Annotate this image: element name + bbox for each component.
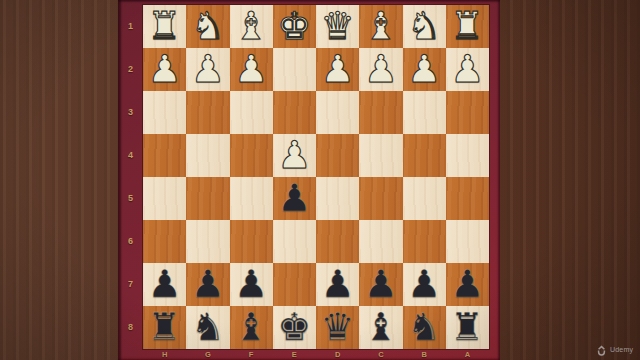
black-pawn[interactable]: ♟ [277, 179, 311, 217]
black-rook[interactable]: ♜ [148, 308, 182, 346]
white-pawn[interactable]: ♟ [148, 50, 182, 88]
white-pawn[interactable]: ♟ [277, 136, 311, 174]
white-queen[interactable]: ♛ [321, 7, 355, 45]
square-b1[interactable]: ♞ [403, 5, 446, 48]
square-g5[interactable] [186, 177, 229, 220]
file-label-a: A [446, 350, 489, 360]
square-g3[interactable] [186, 91, 229, 134]
square-h4[interactable] [143, 134, 186, 177]
white-pawn[interactable]: ♟ [321, 50, 355, 88]
square-c3[interactable] [359, 91, 402, 134]
square-a4[interactable] [446, 134, 489, 177]
black-bishop[interactable]: ♝ [234, 308, 268, 346]
square-c8[interactable]: ♝ [359, 306, 402, 349]
file-label-f: F [230, 350, 273, 360]
square-f5[interactable] [230, 177, 273, 220]
square-b8[interactable]: ♞ [403, 306, 446, 349]
square-c2[interactable]: ♟ [359, 48, 402, 91]
rank-label-3: 3 [120, 91, 141, 134]
file-label-c: C [359, 350, 402, 360]
white-pawn[interactable]: ♟ [407, 50, 441, 88]
square-b4[interactable] [403, 134, 446, 177]
square-b2[interactable]: ♟ [403, 48, 446, 91]
black-pawn[interactable]: ♟ [191, 265, 225, 303]
square-h5[interactable] [143, 177, 186, 220]
square-h8[interactable]: ♜ [143, 306, 186, 349]
black-knight[interactable]: ♞ [191, 308, 225, 346]
rank-label-5: 5 [120, 177, 141, 220]
white-pawn[interactable]: ♟ [450, 50, 484, 88]
square-a5[interactable] [446, 177, 489, 220]
square-h3[interactable] [143, 91, 186, 134]
rank-label-6: 6 [120, 220, 141, 263]
square-f3[interactable] [230, 91, 273, 134]
chess-board[interactable]: ♜♞♝♚♛♝♞♜♟♟♟♟♟♟♟♟♟♟♟♟♟♟♟♟♜♞♝♚♛♝♞♜ [143, 5, 489, 349]
square-b7[interactable]: ♟ [403, 263, 446, 306]
square-a7[interactable]: ♟ [446, 263, 489, 306]
square-d7[interactable]: ♟ [316, 263, 359, 306]
black-pawn[interactable]: ♟ [407, 265, 441, 303]
square-a1[interactable]: ♜ [446, 5, 489, 48]
square-f4[interactable] [230, 134, 273, 177]
black-queen[interactable]: ♛ [321, 308, 355, 346]
rank-label-1: 1 [120, 5, 141, 48]
square-h2[interactable]: ♟ [143, 48, 186, 91]
square-g1[interactable]: ♞ [186, 5, 229, 48]
watermark-text: Udemy [610, 344, 633, 356]
square-e6[interactable] [273, 220, 316, 263]
square-g7[interactable]: ♟ [186, 263, 229, 306]
file-label-d: D [316, 350, 359, 360]
square-h6[interactable] [143, 220, 186, 263]
square-d4[interactable] [316, 134, 359, 177]
square-d6[interactable] [316, 220, 359, 263]
white-bishop[interactable]: ♝ [364, 7, 398, 45]
white-pawn[interactable]: ♟ [234, 50, 268, 88]
square-e7[interactable] [273, 263, 316, 306]
square-e8[interactable]: ♚ [273, 306, 316, 349]
square-f2[interactable]: ♟ [230, 48, 273, 91]
black-pawn[interactable]: ♟ [234, 265, 268, 303]
white-pawn[interactable]: ♟ [364, 50, 398, 88]
square-g6[interactable] [186, 220, 229, 263]
square-h7[interactable]: ♟ [143, 263, 186, 306]
black-rook[interactable]: ♜ [450, 308, 484, 346]
white-king[interactable]: ♚ [277, 7, 311, 45]
white-knight[interactable]: ♞ [407, 7, 441, 45]
square-c5[interactable] [359, 177, 402, 220]
rank-label-2: 2 [120, 48, 141, 91]
square-e4[interactable]: ♟ [273, 134, 316, 177]
square-c7[interactable]: ♟ [359, 263, 402, 306]
black-knight[interactable]: ♞ [407, 308, 441, 346]
square-d8[interactable]: ♛ [316, 306, 359, 349]
udemy-logo-icon [596, 345, 607, 356]
square-a2[interactable]: ♟ [446, 48, 489, 91]
square-d2[interactable]: ♟ [316, 48, 359, 91]
square-e3[interactable] [273, 91, 316, 134]
square-f6[interactable] [230, 220, 273, 263]
square-e5[interactable]: ♟ [273, 177, 316, 220]
square-h1[interactable]: ♜ [143, 5, 186, 48]
square-e1[interactable]: ♚ [273, 5, 316, 48]
watermark: Udemy [596, 344, 633, 356]
file-label-b: B [403, 350, 446, 360]
file-label-g: G [186, 350, 229, 360]
rank-label-7: 7 [120, 263, 141, 306]
square-c1[interactable]: ♝ [359, 5, 402, 48]
square-f7[interactable]: ♟ [230, 263, 273, 306]
black-king[interactable]: ♚ [277, 308, 311, 346]
file-label-h: H [143, 350, 186, 360]
square-a6[interactable] [446, 220, 489, 263]
square-g4[interactable] [186, 134, 229, 177]
square-d5[interactable] [316, 177, 359, 220]
square-f1[interactable]: ♝ [230, 5, 273, 48]
file-label-e: E [273, 350, 316, 360]
square-d3[interactable] [316, 91, 359, 134]
square-b5[interactable] [403, 177, 446, 220]
square-g2[interactable]: ♟ [186, 48, 229, 91]
square-b3[interactable] [403, 91, 446, 134]
square-e2[interactable] [273, 48, 316, 91]
video-still: ♜♞♝♚♛♝♞♜♟♟♟♟♟♟♟♟♟♟♟♟♟♟♟♟♜♞♝♚♛♝♞♜ 1234567… [0, 0, 640, 360]
white-rook[interactable]: ♜ [148, 7, 182, 45]
white-rook[interactable]: ♜ [450, 7, 484, 45]
square-g8[interactable]: ♞ [186, 306, 229, 349]
square-a3[interactable] [446, 91, 489, 134]
black-bishop[interactable]: ♝ [364, 308, 398, 346]
black-pawn[interactable]: ♟ [450, 265, 484, 303]
square-c6[interactable] [359, 220, 402, 263]
white-bishop[interactable]: ♝ [234, 7, 268, 45]
black-pawn[interactable]: ♟ [148, 265, 182, 303]
square-b6[interactable] [403, 220, 446, 263]
square-a8[interactable]: ♜ [446, 306, 489, 349]
square-f8[interactable]: ♝ [230, 306, 273, 349]
white-pawn[interactable]: ♟ [191, 50, 225, 88]
black-pawn[interactable]: ♟ [321, 265, 355, 303]
black-pawn[interactable]: ♟ [364, 265, 398, 303]
square-d1[interactable]: ♛ [316, 5, 359, 48]
rank-label-4: 4 [120, 134, 141, 177]
rank-label-8: 8 [120, 306, 141, 349]
square-c4[interactable] [359, 134, 402, 177]
white-knight[interactable]: ♞ [191, 7, 225, 45]
